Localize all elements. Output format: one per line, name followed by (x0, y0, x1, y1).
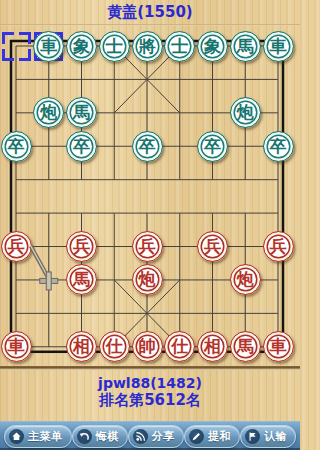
undo-label: 悔棋 (96, 429, 119, 444)
share-icon (133, 429, 148, 444)
offer-draw-button[interactable]: 提和 (184, 425, 240, 448)
resign-label: 认输 (264, 429, 287, 444)
offer-draw-label: 提和 (208, 429, 231, 444)
flag-icon (245, 429, 260, 444)
main-menu-button[interactable]: 主菜单 (4, 425, 72, 448)
pencil-icon (189, 429, 204, 444)
home-icon (9, 429, 24, 444)
share-button[interactable]: 分享 (128, 425, 184, 448)
main-menu-label: 主菜单 (28, 429, 63, 444)
bottom-toolbar: 主菜单 悔棋 分享 提和 认输 (0, 421, 300, 450)
undo-icon (77, 429, 92, 444)
sword-cursor-icon (0, 0, 300, 450)
undo-move-button[interactable]: 悔棋 (72, 425, 128, 448)
share-label: 分享 (152, 429, 175, 444)
xiangqi-board[interactable]: 車象士將士象馬車炮馬炮卒卒卒卒卒兵兵兵兵兵馬炮炮車相仕帥仕相馬車 (0, 0, 300, 450)
resign-button[interactable]: 认输 (240, 425, 296, 448)
